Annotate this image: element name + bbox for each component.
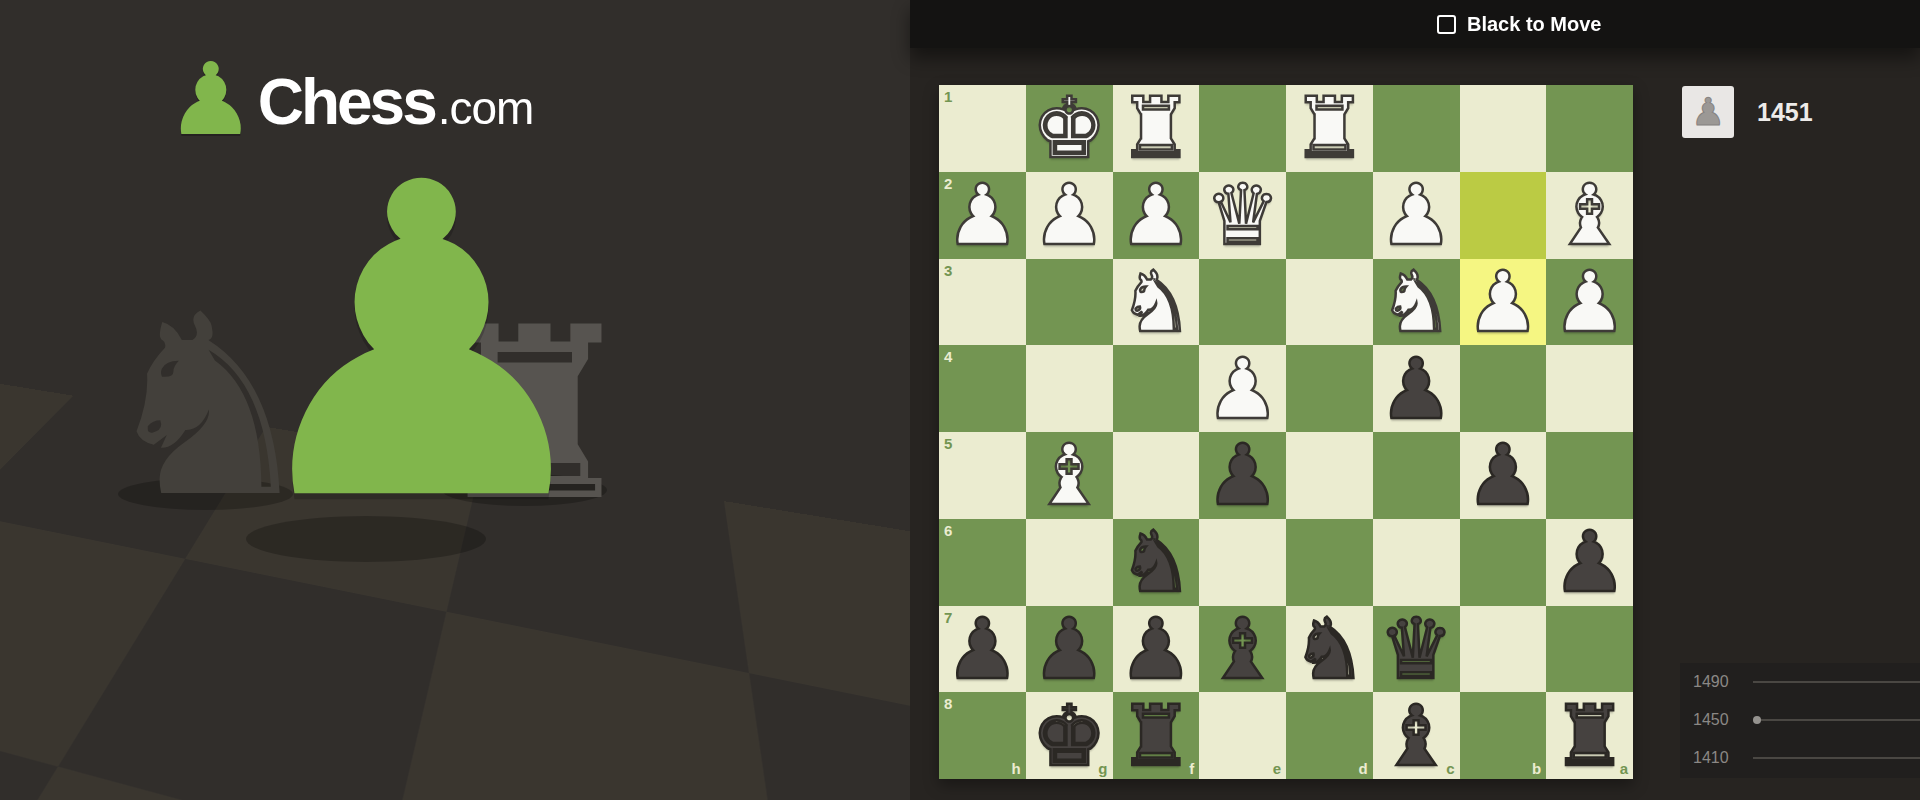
square-g1[interactable]: ♚: [1026, 85, 1113, 172]
square-f4[interactable]: [1113, 345, 1200, 432]
logo-tld-text: .com: [438, 81, 534, 135]
black-pawn[interactable]: ♟: [1465, 433, 1540, 517]
rank-label-5: 5: [944, 436, 952, 451]
square-h8[interactable]: 8h: [939, 692, 1026, 779]
square-f7[interactable]: ♟: [1113, 606, 1200, 693]
green-pawn-mascot-icon: ♟: [228, 128, 615, 560]
file-label-c: c: [1446, 761, 1454, 776]
white-pawn[interactable]: ♟: [1031, 173, 1106, 257]
square-e4[interactable]: ♟: [1199, 345, 1286, 432]
square-f3[interactable]: ♞: [1113, 259, 1200, 346]
file-label-g: g: [1098, 761, 1107, 776]
white-pawn[interactable]: ♟: [1378, 173, 1453, 257]
graph-row: 1410: [1680, 748, 1920, 768]
file-label-h: h: [1012, 761, 1021, 776]
black-pawn[interactable]: ♟: [1552, 520, 1627, 604]
square-g7[interactable]: ♟: [1026, 606, 1113, 693]
white-rook[interactable]: ♜: [1118, 86, 1193, 170]
rank-label-4: 4: [944, 349, 952, 364]
square-h4[interactable]: 4: [939, 345, 1026, 432]
black-to-move-indicator-icon: [1437, 15, 1456, 34]
square-c2[interactable]: ♟: [1373, 172, 1460, 259]
square-b4[interactable]: [1460, 345, 1547, 432]
to-move-banner: Black to Move: [910, 0, 1920, 48]
rank-label-7: 7: [944, 610, 952, 625]
square-a7[interactable]: [1546, 606, 1633, 693]
white-rook[interactable]: ♜: [1292, 86, 1367, 170]
square-c1[interactable]: [1373, 85, 1460, 172]
square-h3[interactable]: 3: [939, 259, 1026, 346]
black-bishop[interactable]: ♝: [1205, 607, 1280, 691]
square-h6[interactable]: 6: [939, 519, 1026, 606]
white-knight[interactable]: ♞: [1118, 260, 1193, 344]
square-b2[interactable]: [1460, 172, 1547, 259]
graph-ylabel: 1490: [1693, 673, 1739, 691]
white-king[interactable]: ♚: [1031, 86, 1106, 170]
black-rook[interactable]: ♜: [1118, 694, 1193, 778]
white-pawn[interactable]: ♟: [1205, 347, 1280, 431]
square-d2[interactable]: [1286, 172, 1373, 259]
square-d8[interactable]: d: [1286, 692, 1373, 779]
square-h5[interactable]: 5: [939, 432, 1026, 519]
square-e3[interactable]: [1199, 259, 1286, 346]
square-g3[interactable]: [1026, 259, 1113, 346]
square-e6[interactable]: [1199, 519, 1286, 606]
square-f5[interactable]: [1113, 432, 1200, 519]
file-label-a: a: [1620, 761, 1628, 776]
logo-brand-text: Chess: [258, 65, 435, 139]
current-rating-dot: [1753, 716, 1761, 724]
square-h1[interactable]: 1: [939, 85, 1026, 172]
rating-row: ♟ 1451: [1682, 86, 1813, 138]
square-a4[interactable]: [1546, 345, 1633, 432]
square-e2[interactable]: ♛: [1199, 172, 1286, 259]
graph-ylabel: 1410: [1693, 749, 1739, 767]
black-queen[interactable]: ♛: [1378, 607, 1453, 691]
square-c3[interactable]: ♞: [1373, 259, 1460, 346]
rank-label-3: 3: [944, 263, 952, 278]
black-pawn[interactable]: ♟: [945, 607, 1020, 691]
chesscom-logo[interactable]: ♟Chess.com: [166, 40, 533, 140]
square-a3[interactable]: ♟: [1546, 259, 1633, 346]
rating-value: 1451: [1757, 98, 1813, 127]
black-king[interactable]: ♚: [1031, 694, 1106, 778]
graph-gridline: [1753, 719, 1920, 721]
graph-row: 1450: [1680, 710, 1920, 730]
black-pawn[interactable]: ♟: [1118, 607, 1193, 691]
square-a8[interactable]: a♜: [1546, 692, 1633, 779]
black-pawn[interactable]: ♟: [1205, 433, 1280, 517]
rank-label-1: 1: [944, 89, 952, 104]
rank-label-2: 2: [944, 176, 952, 191]
brand-panel: ♞ ♜ ♟ ♟Chess.com: [0, 0, 910, 800]
square-f2[interactable]: ♟: [1113, 172, 1200, 259]
black-knight[interactable]: ♞: [1292, 607, 1367, 691]
gray-pawn-icon: ♟: [1691, 93, 1725, 131]
square-h2[interactable]: 2♟: [939, 172, 1026, 259]
rank-label-6: 6: [944, 523, 952, 538]
white-pawn[interactable]: ♟: [1552, 260, 1627, 344]
black-pawn[interactable]: ♟: [1378, 347, 1453, 431]
white-pawn[interactable]: ♟: [1118, 173, 1193, 257]
rating-tile: ♟: [1682, 86, 1734, 138]
square-f6[interactable]: ♞: [1113, 519, 1200, 606]
square-d7[interactable]: ♞: [1286, 606, 1373, 693]
graph-gridline: [1753, 681, 1920, 683]
square-c5[interactable]: [1373, 432, 1460, 519]
black-rook[interactable]: ♜: [1552, 694, 1627, 778]
square-a1[interactable]: [1546, 85, 1633, 172]
square-b1[interactable]: [1460, 85, 1547, 172]
square-a5[interactable]: [1546, 432, 1633, 519]
square-b8[interactable]: b: [1460, 692, 1547, 779]
white-pawn[interactable]: ♟: [945, 173, 1020, 257]
file-label-d: d: [1359, 761, 1368, 776]
square-h7[interactable]: 7♟: [939, 606, 1026, 693]
play-panel: Black to Move 1♚♜♜2♟♟♟♛♟♝3♞♞♟♟4♟♟5♝♟♟6♞♟…: [910, 0, 1920, 800]
square-c7[interactable]: ♛: [1373, 606, 1460, 693]
graph-row: 1490: [1680, 672, 1920, 692]
square-e1[interactable]: [1199, 85, 1286, 172]
square-a2[interactable]: ♝: [1546, 172, 1633, 259]
logo-pawn-icon: ♟: [166, 50, 256, 150]
file-label-e: e: [1273, 761, 1281, 776]
square-e7[interactable]: ♝: [1199, 606, 1286, 693]
square-g2[interactable]: ♟: [1026, 172, 1113, 259]
white-bishop[interactable]: ♝: [1552, 173, 1627, 257]
square-f8[interactable]: f♜: [1113, 692, 1200, 779]
square-g6[interactable]: [1026, 519, 1113, 606]
square-f1[interactable]: ♜: [1113, 85, 1200, 172]
white-bishop[interactable]: ♝: [1031, 433, 1106, 517]
square-e8[interactable]: e: [1199, 692, 1286, 779]
black-pawn[interactable]: ♟: [1031, 607, 1106, 691]
square-e5[interactable]: ♟: [1199, 432, 1286, 519]
square-d5[interactable]: [1286, 432, 1373, 519]
square-g8[interactable]: g♚: [1026, 692, 1113, 779]
white-pawn[interactable]: ♟: [1465, 260, 1540, 344]
square-d4[interactable]: [1286, 345, 1373, 432]
file-label-f: f: [1189, 761, 1194, 776]
square-c4[interactable]: ♟: [1373, 345, 1460, 432]
to-move-label: Black to Move: [1467, 13, 1601, 36]
square-b3[interactable]: ♟: [1460, 259, 1547, 346]
graph-gridline: [1753, 757, 1920, 759]
square-b5[interactable]: ♟: [1460, 432, 1547, 519]
graph-ylabel: 1450: [1693, 711, 1739, 729]
black-bishop[interactable]: ♝: [1378, 694, 1453, 778]
black-knight[interactable]: ♞: [1118, 520, 1193, 604]
chess-board[interactable]: 1♚♜♜2♟♟♟♛♟♝3♞♞♟♟4♟♟5♝♟♟6♞♟7♟♟♟♝♞♛8hg♚f♜e…: [939, 85, 1633, 779]
square-a6[interactable]: ♟: [1546, 519, 1633, 606]
square-g5[interactable]: ♝: [1026, 432, 1113, 519]
rank-label-8: 8: [944, 696, 952, 711]
square-c6[interactable]: [1373, 519, 1460, 606]
square-d6[interactable]: [1286, 519, 1373, 606]
square-g4[interactable]: [1026, 345, 1113, 432]
square-d3[interactable]: [1286, 259, 1373, 346]
square-b7[interactable]: [1460, 606, 1547, 693]
file-label-b: b: [1532, 761, 1541, 776]
white-knight[interactable]: ♞: [1378, 260, 1453, 344]
square-c8[interactable]: c♝: [1373, 692, 1460, 779]
square-b6[interactable]: [1460, 519, 1547, 606]
square-d1[interactable]: ♜: [1286, 85, 1373, 172]
rating-graph: 1490 1450 1410: [1680, 663, 1920, 778]
white-queen[interactable]: ♛: [1205, 173, 1280, 257]
